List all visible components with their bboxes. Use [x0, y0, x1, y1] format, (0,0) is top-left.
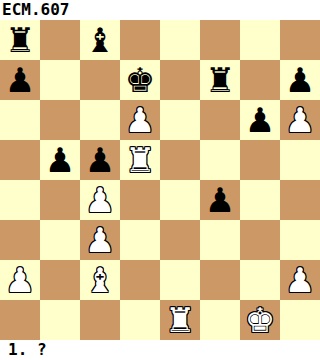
square-h7[interactable]: ♟	[280, 60, 320, 100]
black-pawn: ♟	[85, 143, 115, 177]
square-c4[interactable]: ♟	[80, 180, 120, 220]
chess-board: ♜♝♟♚♜♟♟♟♟♟♟♜♟♟♟♟♝♟♜♚	[0, 20, 320, 340]
square-b6[interactable]	[40, 100, 80, 140]
square-c5[interactable]: ♟	[80, 140, 120, 180]
move-prompt: 1. ?	[0, 340, 320, 360]
white-rook: ♜	[165, 303, 195, 337]
square-b4[interactable]	[40, 180, 80, 220]
square-a3[interactable]	[0, 220, 40, 260]
square-e4[interactable]	[160, 180, 200, 220]
square-h2[interactable]: ♟	[280, 260, 320, 300]
white-king: ♚	[245, 303, 275, 337]
square-c8[interactable]: ♝	[80, 20, 120, 60]
square-a8[interactable]: ♜	[0, 20, 40, 60]
white-pawn: ♟	[85, 223, 115, 257]
black-pawn: ♟	[45, 143, 75, 177]
square-c7[interactable]	[80, 60, 120, 100]
square-h5[interactable]	[280, 140, 320, 180]
square-h3[interactable]	[280, 220, 320, 260]
square-a6[interactable]	[0, 100, 40, 140]
black-king: ♚	[125, 63, 155, 97]
square-f6[interactable]	[200, 100, 240, 140]
square-h8[interactable]	[280, 20, 320, 60]
square-d4[interactable]	[120, 180, 160, 220]
square-f3[interactable]	[200, 220, 240, 260]
square-h1[interactable]	[280, 300, 320, 340]
square-d5[interactable]: ♜	[120, 140, 160, 180]
square-e8[interactable]	[160, 20, 200, 60]
square-f5[interactable]	[200, 140, 240, 180]
square-f8[interactable]	[200, 20, 240, 60]
black-pawn: ♟	[205, 183, 235, 217]
square-b3[interactable]	[40, 220, 80, 260]
square-g5[interactable]	[240, 140, 280, 180]
square-d3[interactable]	[120, 220, 160, 260]
black-pawn: ♟	[245, 103, 275, 137]
white-pawn: ♟	[285, 103, 315, 137]
square-a7[interactable]: ♟	[0, 60, 40, 100]
square-d7[interactable]: ♚	[120, 60, 160, 100]
square-d2[interactable]	[120, 260, 160, 300]
square-g8[interactable]	[240, 20, 280, 60]
square-d6[interactable]: ♟	[120, 100, 160, 140]
square-e3[interactable]	[160, 220, 200, 260]
square-a1[interactable]	[0, 300, 40, 340]
square-e6[interactable]	[160, 100, 200, 140]
square-a4[interactable]	[0, 180, 40, 220]
black-rook: ♜	[205, 63, 235, 97]
square-h6[interactable]: ♟	[280, 100, 320, 140]
square-b1[interactable]	[40, 300, 80, 340]
white-pawn: ♟	[85, 183, 115, 217]
square-d8[interactable]	[120, 20, 160, 60]
square-g2[interactable]	[240, 260, 280, 300]
white-rook: ♜	[125, 143, 155, 177]
square-f1[interactable]	[200, 300, 240, 340]
square-a2[interactable]: ♟	[0, 260, 40, 300]
square-g3[interactable]	[240, 220, 280, 260]
square-f4[interactable]: ♟	[200, 180, 240, 220]
black-bishop: ♝	[85, 23, 115, 57]
black-pawn: ♟	[5, 63, 35, 97]
square-b8[interactable]	[40, 20, 80, 60]
black-pawn: ♟	[285, 63, 315, 97]
square-g4[interactable]	[240, 180, 280, 220]
square-b5[interactable]: ♟	[40, 140, 80, 180]
square-h4[interactable]	[280, 180, 320, 220]
white-pawn: ♟	[285, 263, 315, 297]
square-c1[interactable]	[80, 300, 120, 340]
square-g1[interactable]: ♚	[240, 300, 280, 340]
square-b7[interactable]	[40, 60, 80, 100]
square-e7[interactable]	[160, 60, 200, 100]
square-f7[interactable]: ♜	[200, 60, 240, 100]
square-e1[interactable]: ♜	[160, 300, 200, 340]
black-rook: ♜	[5, 23, 35, 57]
square-c2[interactable]: ♝	[80, 260, 120, 300]
square-f2[interactable]	[200, 260, 240, 300]
white-pawn: ♟	[125, 103, 155, 137]
square-g6[interactable]: ♟	[240, 100, 280, 140]
square-a5[interactable]	[0, 140, 40, 180]
square-b2[interactable]	[40, 260, 80, 300]
square-e2[interactable]	[160, 260, 200, 300]
square-g7[interactable]	[240, 60, 280, 100]
white-pawn: ♟	[5, 263, 35, 297]
square-c3[interactable]: ♟	[80, 220, 120, 260]
square-d1[interactable]	[120, 300, 160, 340]
white-bishop: ♝	[85, 263, 115, 297]
square-c6[interactable]	[80, 100, 120, 140]
square-e5[interactable]	[160, 140, 200, 180]
diagram-title: ECM.607	[0, 0, 320, 20]
